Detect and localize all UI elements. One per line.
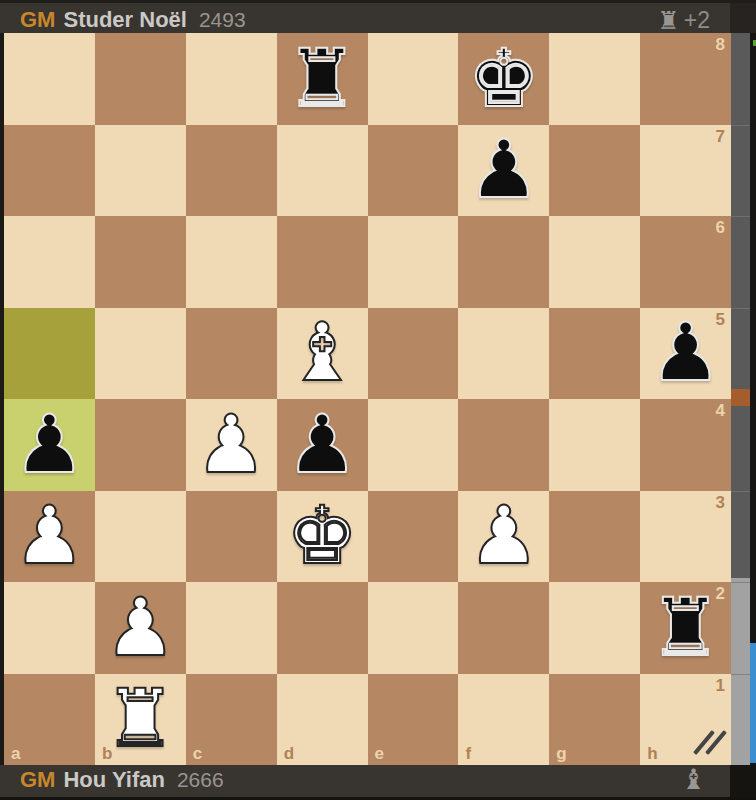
square-a1[interactable]: a: [4, 674, 95, 766]
player-bar-top: GM Studer Noël 2493 ♜ +2: [0, 0, 756, 33]
piece-white-pawn-a3[interactable]: ♟: [4, 491, 95, 583]
file-label-a: a: [11, 745, 20, 762]
gauge-tick: [731, 674, 750, 675]
gauge-mid-marker: [731, 389, 750, 406]
file-label-e: e: [375, 745, 384, 762]
square-d6[interactable]: [277, 216, 368, 308]
square-h8[interactable]: 8: [640, 33, 731, 125]
square-a6[interactable]: [4, 216, 95, 308]
square-a7[interactable]: [4, 125, 95, 217]
square-b6[interactable]: [95, 216, 186, 308]
square-d5[interactable]: ♝: [277, 308, 368, 400]
chess-board: ♜♚8♟76♝5♟♟♟♟4♟♚♟3♟2♜ab♜cdefg1h: [4, 33, 731, 765]
rank-label-6: 6: [716, 219, 725, 236]
player-rating-top: 2493: [199, 8, 246, 32]
square-h5[interactable]: 5♟: [640, 308, 731, 400]
rank-label-3: 3: [716, 494, 725, 511]
square-f1[interactable]: f: [458, 674, 549, 766]
bar-corner-top: [730, 3, 756, 33]
square-b3[interactable]: [95, 491, 186, 583]
piece-black-pawn-h5[interactable]: ♟: [640, 308, 731, 400]
file-label-g: g: [556, 745, 566, 762]
square-h4[interactable]: 4: [640, 399, 731, 491]
square-b2[interactable]: ♟: [95, 582, 186, 674]
square-c1[interactable]: c: [186, 674, 277, 766]
square-f6[interactable]: [458, 216, 549, 308]
file-label-h: h: [647, 745, 657, 762]
square-d2[interactable]: [277, 582, 368, 674]
piece-black-rook-d8[interactable]: ♜: [277, 33, 368, 125]
player-title-top: GM: [20, 7, 55, 33]
square-d7[interactable]: [277, 125, 368, 217]
square-g8[interactable]: [549, 33, 640, 125]
square-f4[interactable]: [458, 399, 549, 491]
gauge-tick: [731, 216, 750, 217]
square-f7[interactable]: ♟: [458, 125, 549, 217]
board-resize-handle[interactable]: [694, 726, 730, 759]
square-b5[interactable]: [95, 308, 186, 400]
piece-black-rook-h2[interactable]: ♜: [640, 582, 731, 674]
gauge-tick: [731, 582, 750, 583]
player-name-bottom: Hou Yifan: [63, 767, 164, 793]
square-b4[interactable]: [95, 399, 186, 491]
player-title-bottom: GM: [20, 767, 55, 793]
square-f2[interactable]: [458, 582, 549, 674]
square-g1[interactable]: g: [549, 674, 640, 766]
square-g6[interactable]: [549, 216, 640, 308]
square-c3[interactable]: [186, 491, 277, 583]
file-label-f: f: [465, 745, 471, 762]
square-d3[interactable]: ♚: [277, 491, 368, 583]
file-label-c: c: [193, 745, 202, 762]
square-e3[interactable]: [368, 491, 459, 583]
square-c8[interactable]: [186, 33, 277, 125]
square-h6[interactable]: 6: [640, 216, 731, 308]
square-b1[interactable]: b♜: [95, 674, 186, 766]
square-g4[interactable]: [549, 399, 640, 491]
piece-white-rook-b1[interactable]: ♜: [95, 674, 186, 766]
square-f3[interactable]: ♟: [458, 491, 549, 583]
square-f5[interactable]: [458, 308, 549, 400]
square-c2[interactable]: [186, 582, 277, 674]
square-c5[interactable]: [186, 308, 277, 400]
file-label-d: d: [284, 745, 294, 762]
square-g2[interactable]: [549, 582, 640, 674]
piece-black-pawn-f7[interactable]: ♟: [458, 125, 549, 217]
piece-black-pawn-a4[interactable]: ♟: [4, 399, 95, 491]
gauge-tick: [731, 308, 750, 309]
square-a5[interactable]: [4, 308, 95, 400]
square-e1[interactable]: e: [368, 674, 459, 766]
piece-black-king-f8[interactable]: ♚: [458, 33, 549, 125]
square-e2[interactable]: [368, 582, 459, 674]
rank-label-7: 7: [716, 128, 725, 145]
eval-gauge: [731, 33, 750, 765]
piece-white-bishop-d5[interactable]: ♝: [277, 308, 368, 400]
square-b8[interactable]: [95, 33, 186, 125]
square-d1[interactable]: d: [277, 674, 368, 766]
scrollbar-thumb[interactable]: [750, 643, 756, 763]
square-e8[interactable]: [368, 33, 459, 125]
captured-bishop-icon: ♝: [681, 766, 706, 794]
square-c7[interactable]: [186, 125, 277, 217]
square-b7[interactable]: [95, 125, 186, 217]
square-d8[interactable]: ♜: [277, 33, 368, 125]
square-f8[interactable]: ♚: [458, 33, 549, 125]
piece-white-pawn-c4[interactable]: ♟: [186, 399, 277, 491]
square-h2[interactable]: 2♜: [640, 582, 731, 674]
square-e4[interactable]: [368, 399, 459, 491]
square-e5[interactable]: [368, 308, 459, 400]
captured-rook-icon: ♜: [657, 8, 679, 33]
piece-white-king-d3[interactable]: ♚: [277, 491, 368, 583]
rank-label-8: 8: [716, 36, 725, 53]
square-g7[interactable]: [549, 125, 640, 217]
square-g5[interactable]: [549, 308, 640, 400]
square-c4[interactable]: ♟: [186, 399, 277, 491]
gauge-tick: [731, 125, 750, 126]
square-e7[interactable]: [368, 125, 459, 217]
piece-white-pawn-f3[interactable]: ♟: [458, 491, 549, 583]
square-a8[interactable]: [4, 33, 95, 125]
rank-label-4: 4: [716, 402, 725, 419]
rank-label-1: 1: [716, 677, 725, 694]
square-e6[interactable]: [368, 216, 459, 308]
piece-black-pawn-d4[interactable]: ♟: [277, 399, 368, 491]
square-h3[interactable]: 3: [640, 491, 731, 583]
square-a2[interactable]: [4, 582, 95, 674]
square-a4[interactable]: ♟: [4, 399, 95, 491]
app-window: GM Studer Noël 2493 ♜ +2 ♜♚8♟76♝5♟♟♟♟4♟♚…: [0, 0, 756, 800]
square-c6[interactable]: [186, 216, 277, 308]
piece-white-pawn-b2[interactable]: ♟: [95, 582, 186, 674]
player-name-top: Studer Noël: [63, 7, 186, 33]
bar-corner-bottom: [730, 765, 756, 797]
square-h7[interactable]: 7: [640, 125, 731, 217]
material-score-top: +2: [684, 7, 710, 34]
square-g3[interactable]: [549, 491, 640, 583]
player-rating-bottom: 2666: [177, 768, 224, 792]
square-a3[interactable]: ♟: [4, 491, 95, 583]
gauge-tick: [731, 491, 750, 492]
square-d4[interactable]: ♟: [277, 399, 368, 491]
player-bar-bottom: GM Hou Yifan 2666 ♝: [0, 765, 756, 800]
